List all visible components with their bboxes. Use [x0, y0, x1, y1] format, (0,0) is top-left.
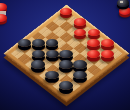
red-checker-icon: [0, 14, 7, 22]
red-piece[interactable]: [101, 39, 114, 47]
red-piece[interactable]: [74, 29, 86, 37]
black-piece[interactable]: [32, 39, 45, 47]
red-piece[interactable]: [88, 29, 100, 37]
red-piece[interactable]: [74, 18, 86, 25]
black-piece[interactable]: [45, 71, 59, 80]
black-piece[interactable]: [18, 39, 31, 47]
red-piece[interactable]: [87, 39, 100, 47]
black-piece[interactable]: [46, 39, 59, 47]
black-piece[interactable]: [73, 71, 87, 80]
red-piece[interactable]: [87, 50, 100, 58]
black-piece[interactable]: [59, 50, 72, 58]
black-checker-icon: [117, 0, 129, 7]
icon-glint: [120, 1, 123, 3]
red-checker-icon: [119, 7, 130, 15]
red-piece[interactable]: [60, 8, 71, 15]
black-piece[interactable]: [31, 60, 45, 68]
game-scene: [0, 0, 130, 110]
pieces-layer: [0, 0, 130, 110]
black-piece[interactable]: [32, 50, 45, 58]
black-piece[interactable]: [59, 81, 74, 90]
black-piece[interactable]: [59, 60, 73, 68]
red-piece[interactable]: [101, 50, 114, 58]
black-piece[interactable]: [46, 50, 59, 58]
red-checker-icon: [0, 3, 7, 11]
black-piece[interactable]: [73, 60, 87, 68]
